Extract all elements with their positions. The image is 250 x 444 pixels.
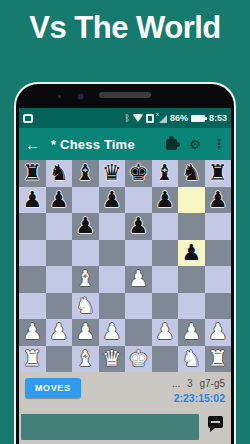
square-f8[interactable]: ♝ xyxy=(152,160,179,187)
square-c5[interactable] xyxy=(72,240,99,267)
mobile-data-icon xyxy=(146,114,154,123)
square-b6[interactable] xyxy=(46,213,73,240)
speaker-grille xyxy=(99,92,151,98)
square-f3[interactable] xyxy=(152,293,179,320)
piece-black-pawn-d7: ♟ xyxy=(102,187,122,214)
piece-white-pawn-g2: ♟ xyxy=(181,319,201,346)
screenshot-notification-icon xyxy=(23,114,33,123)
app-title: * Chess Time xyxy=(51,137,135,152)
piece-black-queen-d8: ♛ xyxy=(102,160,122,187)
game-clock: 2:23:15:02 xyxy=(81,392,225,404)
square-d4[interactable] xyxy=(99,266,126,293)
chat-row xyxy=(19,412,231,444)
square-g4[interactable] xyxy=(178,266,205,293)
wifi-icon xyxy=(133,114,143,122)
square-a1[interactable]: ♜ xyxy=(19,346,46,373)
square-f7[interactable]: ♟ xyxy=(152,187,179,214)
square-g7[interactable] xyxy=(178,187,205,214)
square-a7[interactable]: ♟ xyxy=(19,187,46,214)
piece-white-knight-g1: ♞ xyxy=(181,346,201,373)
app-bar: ← * Chess Time ⚙ ⋮ xyxy=(19,128,231,160)
piece-black-rook-h8: ♜ xyxy=(208,160,228,187)
square-c6[interactable]: ♟ xyxy=(72,213,99,240)
piece-black-bishop-f8: ♝ xyxy=(155,160,175,187)
chess-board[interactable]: ♜♞♝♛♚♝♞♜♟♟♟♟♟♟♟♟♝♟♞♟♟♟♟♟♟♟♜♝♛♚♞♜ xyxy=(19,160,231,372)
square-c2[interactable]: ♟ xyxy=(72,319,99,346)
piece-black-pawn-h7: ♟ xyxy=(208,187,228,214)
piece-black-bishop-c8: ♝ xyxy=(75,160,95,187)
square-e4[interactable]: ♟ xyxy=(125,266,152,293)
square-e8[interactable]: ♚ xyxy=(125,160,152,187)
piece-white-pawn-b2: ♟ xyxy=(49,319,69,346)
phone-screen: ᛒ x 86% 8:53 ← * Chess Time ⚙ ⋮ ♜♞♝♛♚♝♞♜… xyxy=(19,108,231,444)
square-a3[interactable] xyxy=(19,293,46,320)
settings-button[interactable]: ⚙ xyxy=(189,137,201,152)
piece-white-rook-a1: ♜ xyxy=(22,346,42,373)
square-c7[interactable] xyxy=(72,187,99,214)
square-b4[interactable] xyxy=(46,266,73,293)
square-f1[interactable] xyxy=(152,346,179,373)
square-g6[interactable] xyxy=(178,213,205,240)
status-clock: 8:53 xyxy=(209,113,227,123)
square-h6[interactable] xyxy=(205,213,232,240)
puzzle-button[interactable] xyxy=(166,139,177,150)
square-a2[interactable]: ♟ xyxy=(19,319,46,346)
square-b8[interactable]: ♞ xyxy=(46,160,73,187)
square-f5[interactable] xyxy=(152,240,179,267)
square-f6[interactable] xyxy=(152,213,179,240)
piece-black-pawn-b7: ♟ xyxy=(49,187,69,214)
no-signal-icon: x xyxy=(157,114,167,123)
piece-white-knight-c3: ♞ xyxy=(75,293,95,320)
square-e7[interactable] xyxy=(125,187,152,214)
square-e2[interactable] xyxy=(125,319,152,346)
square-g1[interactable]: ♞ xyxy=(178,346,205,373)
front-camera-dot xyxy=(78,94,83,99)
back-button[interactable]: ← xyxy=(25,136,47,153)
square-h1[interactable]: ♜ xyxy=(205,346,232,373)
piece-black-pawn-e6: ♟ xyxy=(128,213,148,240)
piece-white-queen-d1: ♛ xyxy=(102,346,122,373)
square-d8[interactable]: ♛ xyxy=(99,160,126,187)
square-c4[interactable]: ♝ xyxy=(72,266,99,293)
square-g5[interactable]: ♟ xyxy=(178,240,205,267)
square-b2[interactable]: ♟ xyxy=(46,319,73,346)
bottom-panel: MOVES ... 3 g7-g5 2:23:15:02 xyxy=(19,372,231,412)
puzzle-icon xyxy=(166,139,177,150)
moves-button[interactable]: MOVES xyxy=(25,378,81,398)
square-d6[interactable] xyxy=(99,213,126,240)
piece-white-king-e1: ♚ xyxy=(128,346,148,373)
square-d1[interactable]: ♛ xyxy=(99,346,126,373)
square-d7[interactable]: ♟ xyxy=(99,187,126,214)
chat-bubble-icon[interactable] xyxy=(208,416,223,428)
battery-icon xyxy=(191,115,205,122)
piece-black-rook-a8: ♜ xyxy=(22,160,42,187)
square-d3[interactable] xyxy=(99,293,126,320)
piece-black-knight-g8: ♞ xyxy=(181,160,201,187)
piece-black-king-e8: ♚ xyxy=(128,160,148,187)
square-b1[interactable] xyxy=(46,346,73,373)
square-f4[interactable] xyxy=(152,266,179,293)
phone-top-bezel xyxy=(16,84,234,108)
square-c8[interactable]: ♝ xyxy=(72,160,99,187)
piece-white-pawn-f2: ♟ xyxy=(155,319,175,346)
piece-white-pawn-a2: ♟ xyxy=(22,319,42,346)
square-a4[interactable] xyxy=(19,266,46,293)
square-a8[interactable]: ♜ xyxy=(19,160,46,187)
piece-white-pawn-c2: ♟ xyxy=(75,319,95,346)
piece-black-pawn-c6: ♟ xyxy=(75,213,95,240)
overflow-menu-button[interactable]: ⋮ xyxy=(213,137,225,151)
battery-percent: 86% xyxy=(170,113,188,123)
square-h5[interactable] xyxy=(205,240,232,267)
phone-frame: ᛒ x 86% 8:53 ← * Chess Time ⚙ ⋮ ♜♞♝♛♚♝♞♜… xyxy=(14,82,236,444)
proximity-sensor-dot xyxy=(58,95,61,98)
square-g8[interactable]: ♞ xyxy=(178,160,205,187)
square-h7[interactable]: ♟ xyxy=(205,187,232,214)
square-a6[interactable] xyxy=(19,213,46,240)
square-c3[interactable]: ♞ xyxy=(72,293,99,320)
piece-black-knight-b8: ♞ xyxy=(49,160,69,187)
square-d2[interactable]: ♟ xyxy=(99,319,126,346)
square-c1[interactable]: ♝ xyxy=(72,346,99,373)
square-b7[interactable]: ♟ xyxy=(46,187,73,214)
piece-white-rook-h1: ♜ xyxy=(208,346,228,373)
piece-white-pawn-d2: ♟ xyxy=(102,319,122,346)
square-e6[interactable]: ♟ xyxy=(125,213,152,240)
square-h4[interactable] xyxy=(205,266,232,293)
square-g2[interactable]: ♟ xyxy=(178,319,205,346)
square-h8[interactable]: ♜ xyxy=(205,160,232,187)
piece-black-pawn-g5: ♟ xyxy=(181,240,201,267)
chat-input[interactable] xyxy=(21,414,199,440)
square-e1[interactable]: ♚ xyxy=(125,346,152,373)
bluetooth-icon: ᛒ xyxy=(125,114,130,123)
square-e5[interactable] xyxy=(125,240,152,267)
last-move-text: ... 3 g7-g5 xyxy=(81,378,225,390)
square-h3[interactable] xyxy=(205,293,232,320)
square-a5[interactable] xyxy=(19,240,46,267)
piece-black-pawn-f7: ♟ xyxy=(155,187,175,214)
piece-white-pawn-h2: ♟ xyxy=(208,319,228,346)
piece-black-pawn-a7: ♟ xyxy=(22,187,42,214)
square-b5[interactable] xyxy=(46,240,73,267)
page-heading: Vs The World xyxy=(0,10,250,46)
square-d5[interactable] xyxy=(99,240,126,267)
square-b3[interactable] xyxy=(46,293,73,320)
piece-white-bishop-c1: ♝ xyxy=(75,346,95,373)
piece-white-pawn-e4: ♟ xyxy=(128,266,148,293)
square-h2[interactable]: ♟ xyxy=(205,319,232,346)
status-bar: ᛒ x 86% 8:53 xyxy=(19,108,231,128)
piece-white-bishop-c4: ♝ xyxy=(75,266,95,293)
square-g3[interactable] xyxy=(178,293,205,320)
square-e3[interactable] xyxy=(125,293,152,320)
square-f2[interactable]: ♟ xyxy=(152,319,179,346)
